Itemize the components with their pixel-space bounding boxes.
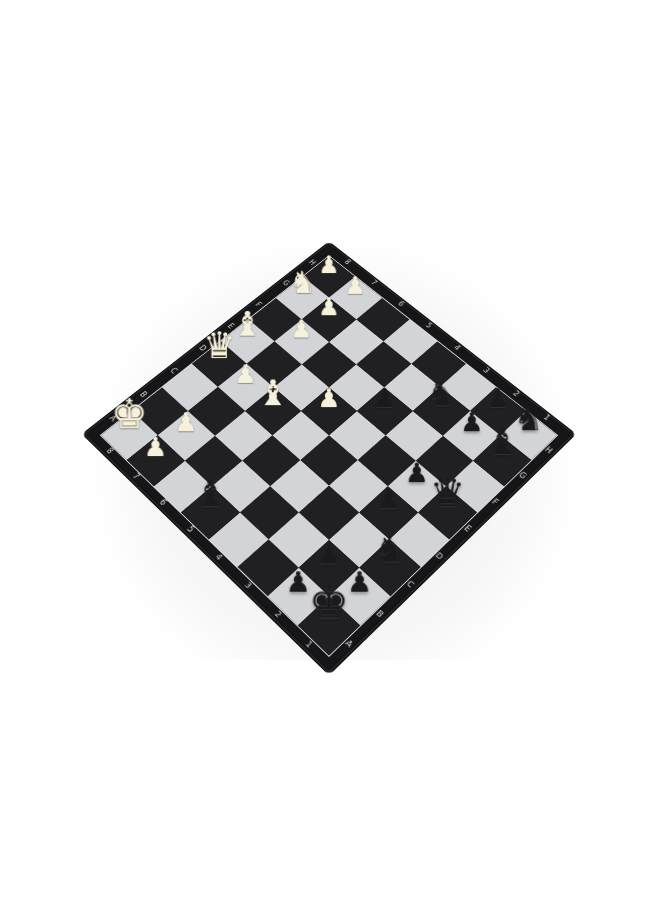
white-pawn[interactable]: ♟ [134,434,179,460]
black-knight[interactable]: ♞ [366,532,413,567]
square-e5[interactable]: ♟ [301,387,357,435]
black-bishop[interactable]: ♝ [480,424,525,460]
square-f4[interactable]: ♟ [357,387,413,435]
white-knight[interactable]: ♞ [282,267,323,298]
black-pawn[interactable]: ♟ [305,539,352,567]
white-pawn[interactable]: ♟ [307,385,350,411]
white-king[interactable]: ♚ [108,394,152,435]
black-knight[interactable]: ♞ [420,378,463,411]
white-pawn[interactable]: ♟ [281,317,323,342]
black-pawn[interactable]: ♟ [365,485,411,512]
black-king[interactable]: ♚ [305,580,353,625]
black-bishop[interactable]: ♝ [188,475,234,512]
white-bishop[interactable]: ♝ [251,375,294,411]
black-queen[interactable]: ♛ [425,473,471,513]
square-f7[interactable]: ♟ [275,319,329,364]
black-pawn[interactable]: ♟ [363,385,406,411]
product-image-background: { "game": "chess", "scene": "magnetic fo… [0,0,660,900]
file-label: H [540,444,556,458]
white-queen[interactable]: ♛ [198,327,240,364]
white-pawn[interactable]: ♟ [165,409,209,435]
